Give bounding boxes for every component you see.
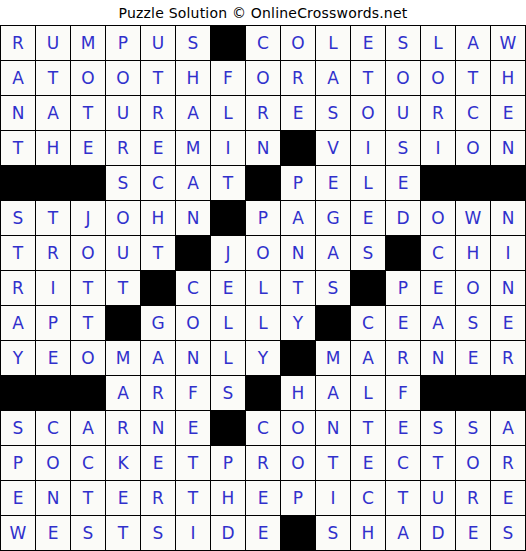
- letter-cell-r3c14: C: [456, 96, 490, 130]
- letter-cell-r8c9: T: [281, 271, 315, 305]
- letter-cell-r15c14: E: [456, 516, 490, 550]
- letter-cell-r4c7: I: [211, 131, 245, 165]
- letter-cell-r4c6: M: [176, 131, 210, 165]
- block-cell-r7c6: [176, 236, 210, 270]
- letter-cell-r13c10: T: [316, 446, 350, 480]
- letter-cell-r13c7: P: [211, 446, 245, 480]
- letter-cell-r6c3: J: [71, 201, 105, 235]
- letter-cell-r14c9: P: [281, 481, 315, 515]
- block-cell-r11c15: [491, 376, 525, 410]
- letter-cell-r11c11: L: [351, 376, 385, 410]
- letter-cell-r5c6: A: [176, 166, 210, 200]
- letter-cell-r12c11: T: [351, 411, 385, 445]
- letter-cell-r13c11: E: [351, 446, 385, 480]
- letter-cell-r6c15: N: [491, 201, 525, 235]
- letter-cell-r15c13: D: [421, 516, 455, 550]
- letter-cell-r11c12: F: [386, 376, 420, 410]
- letter-cell-r3c9: E: [281, 96, 315, 130]
- letter-cell-r15c2: E: [36, 516, 70, 550]
- letter-cell-r12c10: N: [316, 411, 350, 445]
- letter-cell-r8c3: T: [71, 271, 105, 305]
- letter-cell-r14c5: R: [141, 481, 175, 515]
- letter-cell-r2c11: T: [351, 61, 385, 95]
- letter-cell-r10c12: R: [386, 341, 420, 375]
- letter-cell-r8c13: E: [421, 271, 455, 305]
- letter-cell-r2c4: O: [106, 61, 140, 95]
- block-cell-r9c10: [316, 306, 350, 340]
- block-cell-r4c9: [281, 131, 315, 165]
- letter-cell-r9c15: E: [491, 306, 525, 340]
- letter-cell-r5c9: P: [281, 166, 315, 200]
- letter-cell-r8c6: C: [176, 271, 210, 305]
- letter-cell-r4c14: O: [456, 131, 490, 165]
- letter-cell-r15c3: S: [71, 516, 105, 550]
- letter-cell-r14c11: C: [351, 481, 385, 515]
- block-cell-r9c4: [106, 306, 140, 340]
- letter-cell-r1c5: U: [141, 26, 175, 60]
- letter-cell-r1c6: S: [176, 26, 210, 60]
- letter-cell-r6c5: H: [141, 201, 175, 235]
- letter-cell-r7c13: C: [421, 236, 455, 270]
- letter-cell-r7c11: S: [351, 236, 385, 270]
- letter-cell-r6c13: O: [421, 201, 455, 235]
- letter-cell-r15c7: D: [211, 516, 245, 550]
- letter-cell-r11c6: F: [176, 376, 210, 410]
- letter-cell-r12c1: S: [1, 411, 35, 445]
- letter-cell-r14c13: U: [421, 481, 455, 515]
- letter-cell-r10c4: M: [106, 341, 140, 375]
- letter-cell-r12c6: E: [176, 411, 210, 445]
- letter-cell-r3c12: U: [386, 96, 420, 130]
- letter-cell-r13c13: T: [421, 446, 455, 480]
- block-cell-r5c13: [421, 166, 455, 200]
- letter-cell-r8c8: L: [246, 271, 280, 305]
- block-cell-r5c8: [246, 166, 280, 200]
- crossword-grid: RUMPUSCOLESLAWATOOTHFORATOOTHNATURALRESO…: [0, 25, 526, 551]
- letter-cell-r1c11: E: [351, 26, 385, 60]
- letter-cell-r3c7: L: [211, 96, 245, 130]
- letter-cell-r13c1: P: [1, 446, 35, 480]
- letter-cell-r4c3: E: [71, 131, 105, 165]
- block-cell-r10c9: [281, 341, 315, 375]
- letter-cell-r6c6: N: [176, 201, 210, 235]
- letter-cell-r2c13: O: [421, 61, 455, 95]
- letter-cell-r1c9: O: [281, 26, 315, 60]
- letter-cell-r5c7: T: [211, 166, 245, 200]
- letter-cell-r3c4: U: [106, 96, 140, 130]
- letter-cell-r10c14: E: [456, 341, 490, 375]
- letter-cell-r5c12: E: [386, 166, 420, 200]
- letter-cell-r8c15: N: [491, 271, 525, 305]
- letter-cell-r10c8: Y: [246, 341, 280, 375]
- letter-cell-r2c7: F: [211, 61, 245, 95]
- letter-cell-r6c11: E: [351, 201, 385, 235]
- letter-cell-r14c2: N: [36, 481, 70, 515]
- letter-cell-r5c11: L: [351, 166, 385, 200]
- letter-cell-r12c14: S: [456, 411, 490, 445]
- block-cell-r11c2: [36, 376, 70, 410]
- letter-cell-r6c12: D: [386, 201, 420, 235]
- letter-cell-r3c15: E: [491, 96, 525, 130]
- letter-cell-r15c5: S: [141, 516, 175, 550]
- letter-cell-r1c13: L: [421, 26, 455, 60]
- letter-cell-r15c8: E: [246, 516, 280, 550]
- block-cell-r8c11: [351, 271, 385, 305]
- letter-cell-r7c9: N: [281, 236, 315, 270]
- letter-cell-r14c3: T: [71, 481, 105, 515]
- letter-cell-r3c5: R: [141, 96, 175, 130]
- letter-cell-r2c12: O: [386, 61, 420, 95]
- block-cell-r11c8: [246, 376, 280, 410]
- letter-cell-r9c6: O: [176, 306, 210, 340]
- letter-cell-r4c12: S: [386, 131, 420, 165]
- letter-cell-r2c5: T: [141, 61, 175, 95]
- letter-cell-r9c1: A: [1, 306, 35, 340]
- letter-cell-r6c14: W: [456, 201, 490, 235]
- letter-cell-r12c12: E: [386, 411, 420, 445]
- letter-cell-r13c3: C: [71, 446, 105, 480]
- letter-cell-r14c8: E: [246, 481, 280, 515]
- letter-cell-r2c3: O: [71, 61, 105, 95]
- letter-cell-r4c1: T: [1, 131, 35, 165]
- letter-cell-r7c3: O: [71, 236, 105, 270]
- letter-cell-r6c9: A: [281, 201, 315, 235]
- letter-cell-r8c7: E: [211, 271, 245, 305]
- letter-cell-r9c14: S: [456, 306, 490, 340]
- letter-cell-r6c2: T: [36, 201, 70, 235]
- letter-cell-r12c15: A: [491, 411, 525, 445]
- letter-cell-r13c15: R: [491, 446, 525, 480]
- letter-cell-r15c6: I: [176, 516, 210, 550]
- block-cell-r5c2: [36, 166, 70, 200]
- letter-cell-r14c1: E: [1, 481, 35, 515]
- letter-cell-r1c4: P: [106, 26, 140, 60]
- block-cell-r1c7: [211, 26, 245, 60]
- puzzle-solution-page: Puzzle Solution © OnlineCrosswords.net R…: [0, 0, 526, 551]
- letter-cell-r10c7: L: [211, 341, 245, 375]
- letter-cell-r9c7: L: [211, 306, 245, 340]
- letter-cell-r14c14: R: [456, 481, 490, 515]
- letter-cell-r13c8: R: [246, 446, 280, 480]
- letter-cell-r2c14: T: [456, 61, 490, 95]
- block-cell-r6c7: [211, 201, 245, 235]
- block-cell-r5c3: [71, 166, 105, 200]
- letter-cell-r1c8: C: [246, 26, 280, 60]
- letter-cell-r14c7: H: [211, 481, 245, 515]
- letter-cell-r9c3: T: [71, 306, 105, 340]
- letter-cell-r8c14: O: [456, 271, 490, 305]
- letter-cell-r8c4: T: [106, 271, 140, 305]
- letter-cell-r10c6: N: [176, 341, 210, 375]
- block-cell-r11c13: [421, 376, 455, 410]
- letter-cell-r6c8: P: [246, 201, 280, 235]
- letter-cell-r7c8: O: [246, 236, 280, 270]
- letter-cell-r4c4: R: [106, 131, 140, 165]
- letter-cell-r12c13: S: [421, 411, 455, 445]
- letter-cell-r2c8: O: [246, 61, 280, 95]
- letter-cell-r4c5: E: [141, 131, 175, 165]
- letter-cell-r7c5: T: [141, 236, 175, 270]
- letter-cell-r2c10: A: [316, 61, 350, 95]
- letter-cell-r9c9: Y: [281, 306, 315, 340]
- letter-cell-r7c1: T: [1, 236, 35, 270]
- letter-cell-r1c3: M: [71, 26, 105, 60]
- letter-cell-r4c10: V: [316, 131, 350, 165]
- letter-cell-r3c6: A: [176, 96, 210, 130]
- letter-cell-r13c6: T: [176, 446, 210, 480]
- letter-cell-r15c12: A: [386, 516, 420, 550]
- letter-cell-r9c13: A: [421, 306, 455, 340]
- letter-cell-r1c12: S: [386, 26, 420, 60]
- letter-cell-r12c9: O: [281, 411, 315, 445]
- letter-cell-r13c4: K: [106, 446, 140, 480]
- block-cell-r8c5: [141, 271, 175, 305]
- letter-cell-r14c6: T: [176, 481, 210, 515]
- letter-cell-r15c10: S: [316, 516, 350, 550]
- letter-cell-r1c14: A: [456, 26, 490, 60]
- block-cell-r5c15: [491, 166, 525, 200]
- letter-cell-r3c13: R: [421, 96, 455, 130]
- letter-cell-r10c5: A: [141, 341, 175, 375]
- letter-cell-r14c12: T: [386, 481, 420, 515]
- letter-cell-r2c15: H: [491, 61, 525, 95]
- letter-cell-r7c14: H: [456, 236, 490, 270]
- letter-cell-r15c15: S: [491, 516, 525, 550]
- letter-cell-r13c5: E: [141, 446, 175, 480]
- block-cell-r12c7: [211, 411, 245, 445]
- letter-cell-r7c2: R: [36, 236, 70, 270]
- letter-cell-r7c10: A: [316, 236, 350, 270]
- letter-cell-r11c7: S: [211, 376, 245, 410]
- letter-cell-r3c3: T: [71, 96, 105, 130]
- letter-cell-r14c10: I: [316, 481, 350, 515]
- letter-cell-r3c11: O: [351, 96, 385, 130]
- letter-cell-r9c11: C: [351, 306, 385, 340]
- letter-cell-r11c9: H: [281, 376, 315, 410]
- letter-cell-r5c10: E: [316, 166, 350, 200]
- letter-cell-r1c10: L: [316, 26, 350, 60]
- block-cell-r5c1: [1, 166, 35, 200]
- letter-cell-r3c1: N: [1, 96, 35, 130]
- page-title: Puzzle Solution © OnlineCrosswords.net: [0, 0, 526, 25]
- letter-cell-r15c1: W: [1, 516, 35, 550]
- letter-cell-r5c4: S: [106, 166, 140, 200]
- letter-cell-r2c9: R: [281, 61, 315, 95]
- letter-cell-r14c4: E: [106, 481, 140, 515]
- letter-cell-r4c13: I: [421, 131, 455, 165]
- block-cell-r11c3: [71, 376, 105, 410]
- letter-cell-r1c1: R: [1, 26, 35, 60]
- letter-cell-r10c15: R: [491, 341, 525, 375]
- letter-cell-r9c5: G: [141, 306, 175, 340]
- letter-cell-r3c10: S: [316, 96, 350, 130]
- letter-cell-r10c10: M: [316, 341, 350, 375]
- letter-cell-r4c15: N: [491, 131, 525, 165]
- letter-cell-r9c2: P: [36, 306, 70, 340]
- letter-cell-r2c6: H: [176, 61, 210, 95]
- letter-cell-r13c14: O: [456, 446, 490, 480]
- letter-cell-r3c8: R: [246, 96, 280, 130]
- letter-cell-r14c15: E: [491, 481, 525, 515]
- letter-cell-r15c11: H: [351, 516, 385, 550]
- letter-cell-r6c10: G: [316, 201, 350, 235]
- letter-cell-r13c9: O: [281, 446, 315, 480]
- letter-cell-r10c3: O: [71, 341, 105, 375]
- letter-cell-r10c13: N: [421, 341, 455, 375]
- letter-cell-r12c8: C: [246, 411, 280, 445]
- letter-cell-r11c4: A: [106, 376, 140, 410]
- letter-cell-r11c5: R: [141, 376, 175, 410]
- letter-cell-r8c10: S: [316, 271, 350, 305]
- letter-cell-r12c3: A: [71, 411, 105, 445]
- letter-cell-r11c10: A: [316, 376, 350, 410]
- letter-cell-r8c12: P: [386, 271, 420, 305]
- block-cell-r11c14: [456, 376, 490, 410]
- letter-cell-r1c2: U: [36, 26, 70, 60]
- block-cell-r7c12: [386, 236, 420, 270]
- letter-cell-r7c7: J: [211, 236, 245, 270]
- letter-cell-r10c1: Y: [1, 341, 35, 375]
- letter-cell-r4c8: N: [246, 131, 280, 165]
- letter-cell-r10c2: E: [36, 341, 70, 375]
- block-cell-r5c14: [456, 166, 490, 200]
- letter-cell-r9c12: E: [386, 306, 420, 340]
- letter-cell-r7c15: I: [491, 236, 525, 270]
- letter-cell-r12c5: N: [141, 411, 175, 445]
- letter-cell-r3c2: A: [36, 96, 70, 130]
- letter-cell-r15c4: T: [106, 516, 140, 550]
- letter-cell-r9c8: L: [246, 306, 280, 340]
- letter-cell-r12c2: C: [36, 411, 70, 445]
- letter-cell-r8c2: I: [36, 271, 70, 305]
- letter-cell-r13c2: O: [36, 446, 70, 480]
- block-cell-r11c1: [1, 376, 35, 410]
- letter-cell-r2c2: T: [36, 61, 70, 95]
- letter-cell-r4c2: H: [36, 131, 70, 165]
- letter-cell-r2c1: A: [1, 61, 35, 95]
- letter-cell-r7c4: U: [106, 236, 140, 270]
- block-cell-r15c9: [281, 516, 315, 550]
- letter-cell-r4c11: I: [351, 131, 385, 165]
- letter-cell-r6c1: S: [1, 201, 35, 235]
- letter-cell-r6c4: O: [106, 201, 140, 235]
- letter-cell-r10c11: A: [351, 341, 385, 375]
- letter-cell-r13c12: C: [386, 446, 420, 480]
- letter-cell-r8c1: R: [1, 271, 35, 305]
- letter-cell-r5c5: C: [141, 166, 175, 200]
- letter-cell-r12c4: R: [106, 411, 140, 445]
- letter-cell-r1c15: W: [491, 26, 525, 60]
